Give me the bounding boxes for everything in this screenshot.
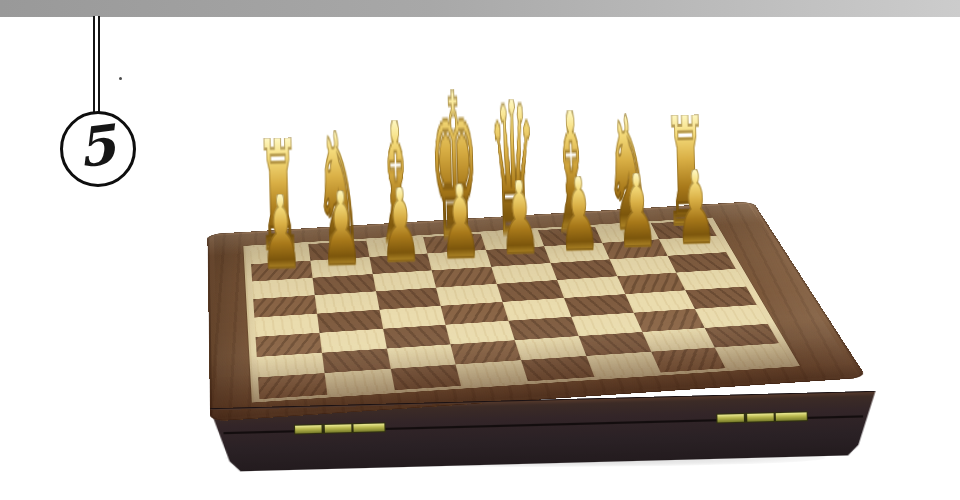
product-number-badge: 5 [60,111,136,187]
product-number: 5 [75,117,119,175]
hinge-right [716,411,808,423]
box-front-face [210,391,878,472]
speck-dot [119,77,122,80]
marker-pointer-line [93,16,100,115]
chess-box-scene: ♜♞♝♚♛♝♞♜♟♟♟♟♟♟♟♟ [203,32,816,500]
hinge-left [294,422,386,434]
top-border-bar [0,0,960,17]
chess-box-top: ♜♞♝♚♛♝♞♜♟♟♟♟♟♟♟♟ [207,201,866,421]
